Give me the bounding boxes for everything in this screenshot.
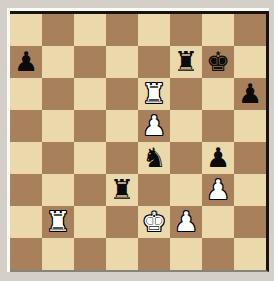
piece-black-rook[interactable]: ♜: [170, 46, 202, 78]
square-g6[interactable]: [202, 78, 234, 110]
square-g8[interactable]: [202, 14, 234, 46]
piece-black-pawn[interactable]: ♟: [234, 78, 266, 110]
piece-white-rook[interactable]: ♜: [138, 78, 170, 110]
square-b2[interactable]: ♜: [42, 206, 74, 238]
window-background: ♟♜♚♜♟♟♞♟♜♟♜♚♟: [0, 0, 274, 281]
square-f8[interactable]: [170, 14, 202, 46]
square-h4[interactable]: [234, 142, 266, 174]
square-c4[interactable]: [74, 142, 106, 174]
square-d1[interactable]: [106, 238, 138, 270]
square-h5[interactable]: [234, 110, 266, 142]
square-e3[interactable]: [138, 174, 170, 206]
square-e4[interactable]: ♞: [138, 142, 170, 174]
square-g7[interactable]: ♚: [202, 46, 234, 78]
square-f4[interactable]: [170, 142, 202, 174]
square-f1[interactable]: [170, 238, 202, 270]
square-c3[interactable]: [74, 174, 106, 206]
square-e7[interactable]: [138, 46, 170, 78]
square-e2[interactable]: ♚: [138, 206, 170, 238]
piece-white-pawn[interactable]: ♟: [170, 206, 202, 238]
square-a2[interactable]: [10, 206, 42, 238]
square-d4[interactable]: [106, 142, 138, 174]
square-e5[interactable]: ♟: [138, 110, 170, 142]
square-h1[interactable]: [234, 238, 266, 270]
square-a4[interactable]: [10, 142, 42, 174]
piece-white-king[interactable]: ♚: [138, 206, 170, 238]
square-b6[interactable]: [42, 78, 74, 110]
square-b8[interactable]: [42, 14, 74, 46]
square-c7[interactable]: [74, 46, 106, 78]
square-a3[interactable]: [10, 174, 42, 206]
square-c8[interactable]: [74, 14, 106, 46]
square-c2[interactable]: [74, 206, 106, 238]
square-b4[interactable]: [42, 142, 74, 174]
square-f6[interactable]: [170, 78, 202, 110]
square-f7[interactable]: ♜: [170, 46, 202, 78]
square-a7[interactable]: ♟: [10, 46, 42, 78]
square-b1[interactable]: [42, 238, 74, 270]
piece-white-pawn[interactable]: ♟: [138, 110, 170, 142]
square-g1[interactable]: [202, 238, 234, 270]
square-b3[interactable]: [42, 174, 74, 206]
square-b7[interactable]: [42, 46, 74, 78]
piece-white-rook[interactable]: ♜: [42, 206, 74, 238]
square-a8[interactable]: [10, 14, 42, 46]
piece-black-pawn[interactable]: ♟: [10, 46, 42, 78]
square-g2[interactable]: [202, 206, 234, 238]
square-h3[interactable]: [234, 174, 266, 206]
piece-black-king[interactable]: ♚: [202, 46, 234, 78]
piece-white-pawn[interactable]: ♟: [202, 174, 234, 206]
square-e8[interactable]: [138, 14, 170, 46]
square-b5[interactable]: [42, 110, 74, 142]
square-e1[interactable]: [138, 238, 170, 270]
square-d3[interactable]: ♜: [106, 174, 138, 206]
square-g3[interactable]: ♟: [202, 174, 234, 206]
square-d5[interactable]: [106, 110, 138, 142]
square-c1[interactable]: [74, 238, 106, 270]
square-a5[interactable]: [10, 110, 42, 142]
board-frame-inner: ♟♜♚♜♟♟♞♟♜♟♜♚♟: [10, 11, 269, 272]
board-frame-bevel: ♟♜♚♜♟♟♞♟♜♟♜♚♟: [7, 8, 269, 272]
piece-black-knight[interactable]: ♞: [138, 142, 170, 174]
square-e6[interactable]: ♜: [138, 78, 170, 110]
square-d8[interactable]: [106, 14, 138, 46]
square-g5[interactable]: [202, 110, 234, 142]
square-h8[interactable]: [234, 14, 266, 46]
chess-board: ♟♜♚♜♟♟♞♟♜♟♜♚♟: [10, 14, 266, 270]
square-f5[interactable]: [170, 110, 202, 142]
square-h6[interactable]: ♟: [234, 78, 266, 110]
square-a6[interactable]: [10, 78, 42, 110]
piece-black-pawn[interactable]: ♟: [202, 142, 234, 174]
square-c5[interactable]: [74, 110, 106, 142]
square-g4[interactable]: ♟: [202, 142, 234, 174]
square-a1[interactable]: [10, 238, 42, 270]
square-d6[interactable]: [106, 78, 138, 110]
square-h7[interactable]: [234, 46, 266, 78]
square-d7[interactable]: [106, 46, 138, 78]
square-f2[interactable]: ♟: [170, 206, 202, 238]
piece-black-rook[interactable]: ♜: [106, 174, 138, 206]
square-c6[interactable]: [74, 78, 106, 110]
square-h2[interactable]: [234, 206, 266, 238]
square-f3[interactable]: [170, 174, 202, 206]
square-d2[interactable]: [106, 206, 138, 238]
